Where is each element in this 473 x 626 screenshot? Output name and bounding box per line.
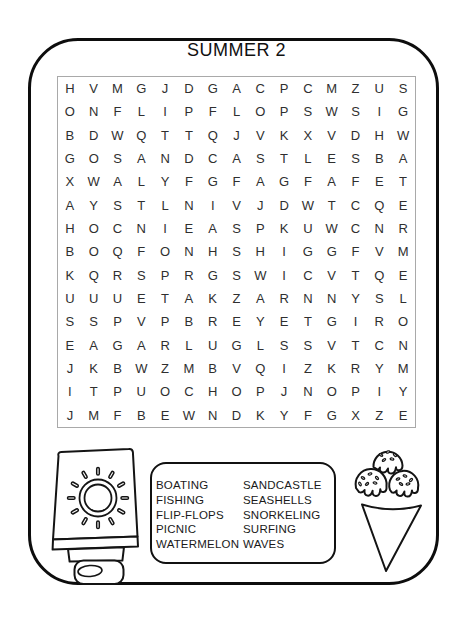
grid-cell[interactable]: J bbox=[153, 77, 177, 100]
grid-cell[interactable]: L bbox=[391, 287, 415, 310]
grid-cell[interactable]: F bbox=[106, 100, 130, 123]
word-item: SNORKELING bbox=[243, 508, 336, 523]
grid-cell[interactable]: I bbox=[272, 264, 296, 287]
grid-cell[interactable]: Q bbox=[201, 124, 225, 147]
grid-cell[interactable]: K bbox=[58, 264, 82, 287]
grid-cell[interactable]: D bbox=[82, 124, 106, 147]
word-list-column-1: BOATINGFISHINGFLIP-FLOPSPICNICWATERMELON bbox=[156, 478, 243, 552]
grid-cell[interactable]: K bbox=[320, 357, 344, 380]
grid-cell[interactable]: J bbox=[58, 404, 82, 427]
grid-cell[interactable]: C bbox=[177, 380, 201, 403]
grid-cell[interactable]: G bbox=[296, 240, 320, 263]
grid-cell[interactable]: Z bbox=[225, 287, 249, 310]
grid-cell[interactable]: H bbox=[201, 240, 225, 263]
grid-cell[interactable]: U bbox=[367, 77, 391, 100]
grid-cell[interactable]: T bbox=[320, 194, 344, 217]
grid-cell[interactable]: T bbox=[153, 124, 177, 147]
grid-cell[interactable]: A bbox=[225, 77, 249, 100]
grid-cell[interactable]: I bbox=[367, 100, 391, 123]
grid-cell[interactable]: R bbox=[201, 310, 225, 333]
grid-cell[interactable]: G bbox=[129, 77, 153, 100]
grid-cell[interactable]: N bbox=[177, 240, 201, 263]
grid-cell[interactable]: O bbox=[153, 240, 177, 263]
grid-cell[interactable]: S bbox=[344, 147, 368, 170]
grid-cell[interactable]: O bbox=[153, 380, 177, 403]
grid-cell[interactable]: M bbox=[82, 404, 106, 427]
grid-cell[interactable]: D bbox=[272, 194, 296, 217]
grid-cell[interactable]: M bbox=[391, 240, 415, 263]
grid-cell[interactable]: N bbox=[296, 380, 320, 403]
word-item: SURFING bbox=[243, 522, 336, 537]
grid-cell[interactable]: J bbox=[225, 124, 249, 147]
grid-cell[interactable]: V bbox=[320, 124, 344, 147]
grid-cell[interactable]: A bbox=[177, 287, 201, 310]
grid-cell[interactable]: N bbox=[129, 217, 153, 240]
grid-cell[interactable]: K bbox=[248, 404, 272, 427]
grid-cell[interactable]: W bbox=[82, 170, 106, 193]
grid-cell[interactable]: E bbox=[225, 310, 249, 333]
grid-cell[interactable]: G bbox=[201, 264, 225, 287]
grid-cell[interactable]: S bbox=[106, 147, 130, 170]
grid-cell[interactable]: S bbox=[296, 100, 320, 123]
grid-cell[interactable]: J bbox=[248, 194, 272, 217]
grid-cell[interactable]: W bbox=[177, 404, 201, 427]
grid-cell[interactable]: H bbox=[201, 380, 225, 403]
grid-cell[interactable]: N bbox=[320, 287, 344, 310]
grid-cell[interactable]: E bbox=[391, 264, 415, 287]
grid-cell[interactable]: Q bbox=[248, 357, 272, 380]
grid-cell[interactable]: E bbox=[272, 310, 296, 333]
grid-cell[interactable]: S bbox=[106, 194, 130, 217]
grid-cell[interactable]: A bbox=[248, 170, 272, 193]
grid-cell[interactable]: X bbox=[296, 124, 320, 147]
grid-cell[interactable]: Y bbox=[82, 194, 106, 217]
grid-cell[interactable]: W bbox=[106, 124, 130, 147]
grid-cell[interactable]: F bbox=[344, 240, 368, 263]
grid-cell[interactable]: V bbox=[320, 264, 344, 287]
grid-cell[interactable]: O bbox=[248, 100, 272, 123]
grid-cell[interactable]: Q bbox=[367, 264, 391, 287]
grid-cell[interactable]: P bbox=[153, 264, 177, 287]
grid-cell[interactable]: B bbox=[177, 310, 201, 333]
word-item: SEASHELLS bbox=[243, 493, 336, 508]
grid-cell[interactable]: W bbox=[296, 194, 320, 217]
word-item: WAVES bbox=[243, 537, 336, 552]
grid-cell[interactable]: M bbox=[320, 77, 344, 100]
grid-cell[interactable]: T bbox=[153, 287, 177, 310]
grid-cell[interactable]: O bbox=[82, 217, 106, 240]
grid-cell[interactable]: C bbox=[201, 147, 225, 170]
grid-cell[interactable]: U bbox=[82, 287, 106, 310]
grid-cell[interactable]: Y bbox=[344, 287, 368, 310]
grid-cell[interactable]: C bbox=[367, 334, 391, 357]
puzzle-page: SUMMER 2 HVMGJDGACPCMZUSONFLIPFLOPSWSIGB… bbox=[0, 0, 473, 626]
grid-cell[interactable]: S bbox=[82, 310, 106, 333]
grid-cell[interactable]: Z bbox=[296, 357, 320, 380]
grid-cell[interactable]: D bbox=[225, 404, 249, 427]
grid-cell[interactable]: G bbox=[201, 170, 225, 193]
grid-cell[interactable]: S bbox=[225, 217, 249, 240]
grid-cell[interactable]: W bbox=[248, 264, 272, 287]
grid-cell[interactable]: Y bbox=[391, 380, 415, 403]
grid-cell[interactable]: L bbox=[225, 100, 249, 123]
grid-cell[interactable]: I bbox=[344, 310, 368, 333]
grid-cell[interactable]: S bbox=[296, 334, 320, 357]
grid-cell[interactable]: L bbox=[177, 334, 201, 357]
grid-cell[interactable]: T bbox=[344, 264, 368, 287]
grid-cell[interactable]: K bbox=[82, 357, 106, 380]
grid-cell[interactable]: S bbox=[225, 240, 249, 263]
grid-cell[interactable]: S bbox=[391, 77, 415, 100]
grid-cell[interactable]: O bbox=[320, 380, 344, 403]
grid-cell[interactable]: E bbox=[391, 404, 415, 427]
grid-cell[interactable]: A bbox=[248, 287, 272, 310]
grid-cell[interactable]: Z bbox=[153, 357, 177, 380]
grid-cell[interactable]: L bbox=[129, 100, 153, 123]
grid-cell[interactable]: I bbox=[58, 380, 82, 403]
grid-cell[interactable]: L bbox=[248, 334, 272, 357]
grid-cell[interactable]: W bbox=[320, 217, 344, 240]
grid-cell[interactable]: R bbox=[177, 264, 201, 287]
grid-cell[interactable]: N bbox=[391, 334, 415, 357]
grid-cell[interactable]: H bbox=[248, 240, 272, 263]
grid-cell[interactable]: F bbox=[106, 404, 130, 427]
grid-cell[interactable]: G bbox=[106, 334, 130, 357]
grid-cell[interactable]: N bbox=[82, 100, 106, 123]
grid-cell[interactable]: G bbox=[225, 334, 249, 357]
grid-cell[interactable]: P bbox=[344, 380, 368, 403]
grid-cell[interactable]: S bbox=[225, 264, 249, 287]
grid-cell[interactable]: I bbox=[201, 194, 225, 217]
grid-cell[interactable]: Q bbox=[129, 124, 153, 147]
grid-cell[interactable]: E bbox=[129, 287, 153, 310]
word-item: WATERMELON bbox=[156, 537, 243, 552]
grid-cell[interactable]: M bbox=[177, 357, 201, 380]
grid-cell[interactable]: O bbox=[391, 310, 415, 333]
grid-cell[interactable]: U bbox=[201, 334, 225, 357]
grid-cell[interactable]: C bbox=[344, 194, 368, 217]
grid-cell[interactable]: C bbox=[344, 217, 368, 240]
grid-cell[interactable]: Y bbox=[153, 170, 177, 193]
grid-cell[interactable]: S bbox=[58, 310, 82, 333]
grid-cell[interactable]: O bbox=[225, 380, 249, 403]
grid-cell[interactable]: C bbox=[296, 77, 320, 100]
grid-cell[interactable]: G bbox=[320, 240, 344, 263]
grid-cell[interactable]: V bbox=[320, 334, 344, 357]
word-item: PICNIC bbox=[156, 522, 243, 537]
grid-cell[interactable]: V bbox=[248, 124, 272, 147]
grid-cell[interactable]: U bbox=[106, 287, 130, 310]
grid-cell[interactable]: P bbox=[272, 77, 296, 100]
grid-cell[interactable]: R bbox=[344, 357, 368, 380]
grid-cell[interactable]: I bbox=[153, 100, 177, 123]
ice-cream-cone-icon bbox=[348, 438, 442, 585]
grid-cell[interactable]: P bbox=[106, 380, 130, 403]
grid-cell[interactable]: P bbox=[248, 217, 272, 240]
grid-cell[interactable]: T bbox=[82, 380, 106, 403]
grid-cell[interactable]: W bbox=[320, 100, 344, 123]
grid-cell[interactable]: F bbox=[296, 404, 320, 427]
grid-cell[interactable]: E bbox=[391, 194, 415, 217]
grid-cell[interactable]: I bbox=[272, 357, 296, 380]
grid-cell[interactable]: G bbox=[201, 77, 225, 100]
grid-cell[interactable]: T bbox=[272, 147, 296, 170]
word-list: BOATINGFISHINGFLIP-FLOPSPICNICWATERMELON… bbox=[156, 478, 336, 552]
grid-cell[interactable]: Z bbox=[344, 77, 368, 100]
grid-cell[interactable]: Q bbox=[106, 240, 130, 263]
cone bbox=[362, 505, 421, 572]
grid-cell[interactable]: A bbox=[82, 334, 106, 357]
grid-cell[interactable]: A bbox=[391, 147, 415, 170]
grid-cell[interactable]: S bbox=[367, 287, 391, 310]
grid-cell[interactable]: B bbox=[58, 240, 82, 263]
grid-cell[interactable]: P bbox=[177, 100, 201, 123]
grid-cell[interactable]: R bbox=[106, 264, 130, 287]
grid-cell[interactable]: F bbox=[177, 170, 201, 193]
grid-cell[interactable]: D bbox=[177, 77, 201, 100]
grid-cell[interactable]: I bbox=[367, 380, 391, 403]
grid-cell[interactable]: Q bbox=[367, 194, 391, 217]
grid-cell[interactable]: W bbox=[391, 124, 415, 147]
grid-cell[interactable]: K bbox=[272, 124, 296, 147]
grid-cell[interactable]: R bbox=[272, 287, 296, 310]
grid-cell[interactable]: A bbox=[129, 334, 153, 357]
letter-grid: HVMGJDGACPCMZUSONFLIPFLOPSWSIGBDWQTTQJVK… bbox=[57, 76, 416, 428]
word-item: FLIP-FLOPS bbox=[156, 508, 243, 523]
grid-cell[interactable]: T bbox=[296, 310, 320, 333]
grid-cell[interactable]: D bbox=[344, 124, 368, 147]
grid-cell[interactable]: M bbox=[391, 357, 415, 380]
grid-cell[interactable]: Y bbox=[248, 310, 272, 333]
grid-cell[interactable]: L bbox=[153, 194, 177, 217]
grid-cell[interactable]: S bbox=[248, 147, 272, 170]
word-item: SANDCASTLE bbox=[243, 478, 336, 493]
grid-cell[interactable]: H bbox=[58, 77, 82, 100]
grid-cell[interactable]: L bbox=[296, 147, 320, 170]
grid-cell[interactable]: N bbox=[201, 404, 225, 427]
grid-cell[interactable]: E bbox=[58, 334, 82, 357]
grid-cell[interactable]: P bbox=[272, 100, 296, 123]
grid-cell[interactable]: B bbox=[106, 357, 130, 380]
grid-cell[interactable]: R bbox=[391, 217, 415, 240]
grid-cell[interactable]: A bbox=[58, 194, 82, 217]
grid-cell[interactable]: F bbox=[129, 240, 153, 263]
grid-cell[interactable]: C bbox=[106, 217, 130, 240]
grid-cell[interactable]: U bbox=[296, 217, 320, 240]
grid-cell[interactable]: I bbox=[272, 240, 296, 263]
grid-cell[interactable]: C bbox=[248, 77, 272, 100]
grid-cell[interactable]: E bbox=[320, 147, 344, 170]
grid-cell[interactable]: H bbox=[367, 124, 391, 147]
grid-cell[interactable]: R bbox=[367, 310, 391, 333]
grid-cell[interactable]: A bbox=[225, 147, 249, 170]
grid-cell[interactable]: O bbox=[82, 147, 106, 170]
grid-cell[interactable]: N bbox=[367, 217, 391, 240]
grid-cell[interactable]: X bbox=[344, 404, 368, 427]
word-item: FISHING bbox=[156, 493, 243, 508]
grid-cell[interactable]: J bbox=[58, 357, 82, 380]
grid-cell[interactable]: N bbox=[177, 194, 201, 217]
grid-cell[interactable]: T bbox=[344, 334, 368, 357]
grid-cell[interactable]: B bbox=[129, 404, 153, 427]
grid-cell[interactable]: W bbox=[129, 357, 153, 380]
grid-cell[interactable]: S bbox=[272, 334, 296, 357]
grid-cell[interactable]: G bbox=[320, 310, 344, 333]
puzzle-title: SUMMER 2 bbox=[0, 40, 473, 61]
grid-cell[interactable]: C bbox=[296, 264, 320, 287]
grid-cell[interactable]: A bbox=[201, 217, 225, 240]
grid-cell[interactable]: P bbox=[153, 310, 177, 333]
grid-cell[interactable]: E bbox=[153, 404, 177, 427]
grid-cell[interactable]: X bbox=[58, 170, 82, 193]
grid-cell[interactable]: G bbox=[272, 170, 296, 193]
grid-cell[interactable]: V bbox=[225, 194, 249, 217]
grid-cell[interactable]: V bbox=[129, 310, 153, 333]
grid-cell[interactable]: Y bbox=[272, 404, 296, 427]
grid-cell[interactable]: E bbox=[177, 217, 201, 240]
word-list-column-2: SANDCASTLESEASHELLSSNORKELINGSURFINGWAVE… bbox=[243, 478, 336, 552]
grid-cell[interactable]: K bbox=[272, 217, 296, 240]
grid-cell[interactable]: Y bbox=[367, 357, 391, 380]
grid-cell[interactable]: E bbox=[367, 170, 391, 193]
grid-cell[interactable]: F bbox=[344, 170, 368, 193]
grid-cell[interactable]: N bbox=[296, 287, 320, 310]
grid-cell[interactable]: P bbox=[248, 380, 272, 403]
grid-cell[interactable]: O bbox=[58, 100, 82, 123]
grid-cell[interactable]: T bbox=[129, 194, 153, 217]
grid-cell[interactable]: D bbox=[177, 147, 201, 170]
grid-cell[interactable]: B bbox=[58, 124, 82, 147]
grid-cell[interactable]: U bbox=[129, 380, 153, 403]
grid-cell[interactable]: J bbox=[272, 380, 296, 403]
word-item: BOATING bbox=[156, 478, 243, 493]
grid-cell[interactable]: M bbox=[106, 77, 130, 100]
grid-cell[interactable]: V bbox=[225, 357, 249, 380]
grid-cell[interactable]: K bbox=[201, 287, 225, 310]
grid-cell[interactable]: B bbox=[201, 357, 225, 380]
grid-cell[interactable]: G bbox=[391, 100, 415, 123]
grid-cell[interactable]: U bbox=[58, 287, 82, 310]
grid-cell[interactable]: G bbox=[58, 147, 82, 170]
grid-cell[interactable]: L bbox=[129, 170, 153, 193]
grid-cell[interactable]: T bbox=[391, 170, 415, 193]
grid-cell[interactable]: F bbox=[201, 100, 225, 123]
grid-cell[interactable]: A bbox=[320, 170, 344, 193]
grid-cell[interactable]: A bbox=[129, 147, 153, 170]
grid-cell[interactable]: S bbox=[344, 100, 368, 123]
grid-cell[interactable]: B bbox=[367, 147, 391, 170]
grid-cell[interactable]: V bbox=[82, 77, 106, 100]
grid-cell[interactable]: F bbox=[225, 170, 249, 193]
sunscreen-tube-icon bbox=[48, 443, 145, 590]
grid-cell[interactable]: F bbox=[296, 170, 320, 193]
grid-cell[interactable]: N bbox=[153, 147, 177, 170]
grid-cell[interactable]: R bbox=[153, 334, 177, 357]
grid-cell[interactable]: S bbox=[129, 264, 153, 287]
grid-cell[interactable]: I bbox=[153, 217, 177, 240]
grid-cell[interactable]: T bbox=[177, 124, 201, 147]
grid-cell[interactable]: G bbox=[320, 404, 344, 427]
grid-cell[interactable]: O bbox=[82, 240, 106, 263]
grid-cell[interactable]: Q bbox=[82, 264, 106, 287]
grid-cell[interactable]: H bbox=[58, 217, 82, 240]
grid-cell[interactable]: Z bbox=[367, 404, 391, 427]
grid-cell[interactable]: P bbox=[106, 310, 130, 333]
grid-cell[interactable]: V bbox=[367, 240, 391, 263]
grid-cell[interactable]: A bbox=[106, 170, 130, 193]
